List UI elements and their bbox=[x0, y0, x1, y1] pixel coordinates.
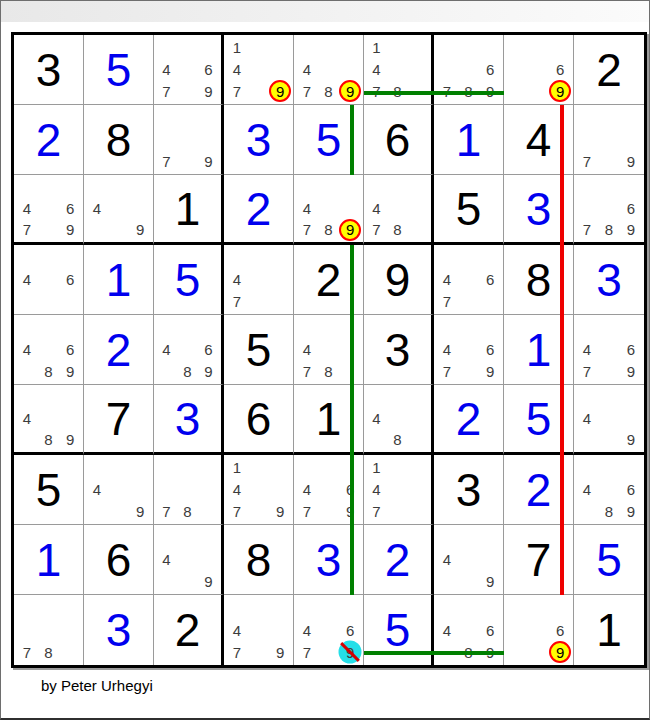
candidate-7: 7 bbox=[233, 645, 241, 660]
cell-value: 8 bbox=[526, 257, 552, 303]
candidate-7: 7 bbox=[23, 645, 31, 660]
candidate-slot-7: 7 bbox=[226, 641, 248, 663]
cell-r1c5[interactable]: 4789 bbox=[294, 35, 364, 105]
candidate-slot-7: 7 bbox=[226, 500, 248, 522]
candidate-slot-6 bbox=[339, 198, 361, 219]
cell-r7c7[interactable]: 3 bbox=[434, 455, 504, 525]
cell-value: 2 bbox=[36, 117, 62, 163]
candidate-slot-5 bbox=[458, 59, 480, 81]
candidate-9: 9 bbox=[627, 364, 635, 379]
candidate-slot-5 bbox=[458, 339, 480, 361]
candidate-9: 9 bbox=[486, 574, 494, 589]
candidate-slot-6: 6 bbox=[620, 479, 642, 501]
candidate-7: 7 bbox=[372, 504, 380, 519]
candidate-6: 6 bbox=[627, 342, 635, 357]
cell-value: 5 bbox=[106, 47, 132, 93]
candidates: 4679 bbox=[16, 177, 81, 240]
candidate-slot-9: 9 bbox=[620, 500, 642, 522]
cell-r4c2[interactable]: 1 bbox=[84, 245, 154, 315]
cell-r3c2[interactable]: 49 bbox=[84, 175, 154, 245]
cell-value: 1 bbox=[175, 186, 201, 232]
candidate-slot-5 bbox=[177, 129, 198, 151]
candidate-slot-1: 1 bbox=[226, 457, 248, 479]
candidate-slot-6: 6 bbox=[339, 619, 361, 641]
candidate-slot-5 bbox=[177, 59, 198, 81]
candidate-slot-9: 9 bbox=[269, 641, 291, 663]
candidate-6: 6 bbox=[486, 272, 494, 287]
candidate-slot-7: 7 bbox=[296, 360, 318, 382]
candidate-slot-7: 7 bbox=[296, 80, 318, 102]
candidate-slot-2 bbox=[528, 597, 550, 619]
candidate-9: 9 bbox=[276, 645, 284, 660]
candidate-slot-2 bbox=[108, 177, 130, 198]
candidate-slot-7: 7 bbox=[366, 500, 387, 522]
candidate-slot-2 bbox=[598, 387, 620, 408]
cell-r9c4[interactable]: 479 bbox=[224, 595, 294, 665]
cell-value: 5 bbox=[385, 607, 411, 653]
cell-r2c2[interactable]: 8 bbox=[84, 105, 154, 175]
cell-r3c5[interactable]: 4789 bbox=[294, 175, 364, 245]
candidate-slot-6 bbox=[269, 479, 291, 501]
candidate-slot-2 bbox=[177, 527, 198, 549]
candidate-9: 9 bbox=[204, 364, 212, 379]
elimination-mark: 9 bbox=[339, 641, 361, 663]
candidate-slot-5 bbox=[598, 129, 620, 151]
candidate-slot-6 bbox=[620, 408, 642, 429]
candidate-slot-8 bbox=[528, 641, 550, 663]
candidate-slot-9: 9 bbox=[59, 360, 81, 382]
candidate-slot-4: 4 bbox=[296, 59, 318, 81]
candidate-4: 4 bbox=[372, 411, 380, 426]
sudoku-board: 3546791479478914786789692287935614794679… bbox=[11, 32, 647, 668]
candidate-slot-4 bbox=[156, 479, 177, 501]
candidate-slot-4 bbox=[506, 59, 528, 81]
candidate-slot-1 bbox=[506, 597, 528, 619]
cell-r5c4[interactable]: 5 bbox=[224, 315, 294, 385]
candidate-slot-7 bbox=[16, 429, 38, 450]
candidate-slot-8: 8 bbox=[38, 360, 60, 382]
cell-value: 1 bbox=[456, 117, 482, 163]
candidate-slot-1 bbox=[296, 597, 318, 619]
candidates: 79 bbox=[576, 107, 642, 172]
candidate-slot-8 bbox=[458, 290, 480, 312]
chain-node-circle: 9 bbox=[269, 80, 291, 102]
candidate-slot-9: 9 bbox=[620, 150, 642, 172]
candidate-slot-1: 1 bbox=[366, 37, 387, 59]
candidate-slot-6 bbox=[198, 479, 219, 501]
cell-r5c9[interactable]: 4679 bbox=[574, 315, 644, 385]
candidate-slot-5 bbox=[108, 479, 130, 501]
candidates: 78 bbox=[16, 597, 81, 663]
candidate-slot-6 bbox=[269, 59, 291, 81]
cell-r5c2[interactable]: 2 bbox=[84, 315, 154, 385]
candidate-slot-1 bbox=[576, 177, 598, 198]
candidate-slot-9: 9 bbox=[59, 429, 81, 450]
candidate-8: 8 bbox=[324, 364, 332, 379]
candidate-slot-2 bbox=[318, 457, 340, 479]
chain-link-red bbox=[560, 93, 564, 653]
candidate-4: 4 bbox=[303, 623, 311, 638]
candidate-slot-7: 7 bbox=[576, 219, 598, 240]
candidate-4: 4 bbox=[303, 62, 311, 77]
candidate-9: 9 bbox=[204, 84, 212, 99]
cell-r4c1[interactable]: 46 bbox=[14, 245, 84, 315]
cell-value: 3 bbox=[175, 396, 201, 442]
candidate-slot-5 bbox=[248, 269, 270, 291]
candidate-slot-5 bbox=[318, 198, 340, 219]
candidate-4: 4 bbox=[303, 342, 311, 357]
candidate-slot-1 bbox=[576, 107, 598, 129]
cell-r8c9[interactable]: 5 bbox=[574, 525, 644, 595]
candidate-9: 9 bbox=[556, 84, 564, 99]
candidate-slot-8 bbox=[458, 570, 480, 592]
cell-r6c4[interactable]: 6 bbox=[224, 385, 294, 455]
candidate-slot-7: 7 bbox=[226, 290, 248, 312]
candidate-slot-5 bbox=[248, 619, 270, 641]
candidate-7: 7 bbox=[233, 504, 241, 519]
candidate-9: 9 bbox=[276, 84, 284, 99]
candidate-slot-6 bbox=[269, 269, 291, 291]
cell-r4c6[interactable]: 9 bbox=[364, 245, 434, 315]
candidate-6: 6 bbox=[627, 482, 635, 497]
candidate-slot-9: 9 bbox=[129, 500, 151, 522]
cell-r7c3[interactable]: 78 bbox=[154, 455, 224, 525]
candidate-slot-1: 1 bbox=[366, 457, 387, 479]
candidate-slot-2 bbox=[318, 37, 340, 59]
candidate-9: 9 bbox=[627, 154, 635, 169]
candidate-slot-5 bbox=[458, 619, 480, 641]
cell-r3c9[interactable]: 6789 bbox=[574, 175, 644, 245]
candidate-slot-9: 9 bbox=[129, 219, 151, 240]
candidate-slot-5 bbox=[318, 479, 340, 501]
candidate-slot-3 bbox=[198, 317, 219, 339]
candidate-slot-2 bbox=[387, 37, 408, 59]
candidate-slot-2 bbox=[38, 597, 60, 619]
candidate-slot-9: 9 bbox=[620, 219, 642, 240]
candidate-slot-5 bbox=[38, 339, 60, 361]
candidate-slot-1 bbox=[86, 457, 108, 479]
cell-r7c9[interactable]: 4689 bbox=[574, 455, 644, 525]
cell-r9c5[interactable]: 4679 bbox=[294, 595, 364, 665]
candidate-slot-2 bbox=[248, 597, 270, 619]
candidate-slot-7 bbox=[576, 500, 598, 522]
candidates: 69 bbox=[506, 597, 571, 663]
candidates: 49 bbox=[436, 527, 501, 592]
candidate-4: 4 bbox=[303, 482, 311, 497]
cell-r6c2[interactable]: 7 bbox=[84, 385, 154, 455]
candidate-8: 8 bbox=[44, 364, 52, 379]
candidate-slot-4 bbox=[576, 198, 598, 219]
candidate-slot-2 bbox=[248, 37, 270, 59]
cell-r8c7[interactable]: 49 bbox=[434, 525, 504, 595]
candidate-4: 4 bbox=[233, 62, 241, 77]
candidate-slot-7: 7 bbox=[436, 360, 458, 382]
candidate-slot-1 bbox=[436, 597, 458, 619]
candidate-slot-4: 4 bbox=[86, 198, 108, 219]
candidates: 79 bbox=[156, 107, 219, 172]
candidate-slot-3 bbox=[479, 247, 501, 269]
candidate-slot-7 bbox=[436, 570, 458, 592]
candidate-slot-2 bbox=[318, 597, 340, 619]
candidate-slot-1 bbox=[436, 317, 458, 339]
candidate-slot-8: 8 bbox=[598, 500, 620, 522]
candidate-slot-5 bbox=[318, 619, 340, 641]
candidate-slot-3 bbox=[59, 247, 81, 269]
candidate-slot-6 bbox=[59, 619, 81, 641]
candidate-slot-2 bbox=[458, 317, 480, 339]
candidate-slot-5 bbox=[38, 619, 60, 641]
cell-r2c3[interactable]: 79 bbox=[154, 105, 224, 175]
candidate-slot-5 bbox=[318, 339, 340, 361]
candidate-slot-4: 4 bbox=[296, 479, 318, 501]
candidate-7: 7 bbox=[583, 154, 591, 169]
cell-r3c1[interactable]: 4679 bbox=[14, 175, 84, 245]
cell-r7c1[interactable]: 5 bbox=[14, 455, 84, 525]
candidate-4: 4 bbox=[443, 342, 451, 357]
candidate-slot-4: 4 bbox=[576, 339, 598, 361]
candidate-slot-3 bbox=[339, 597, 361, 619]
cell-r2c4[interactable]: 3 bbox=[224, 105, 294, 175]
cell-r3c7[interactable]: 5 bbox=[434, 175, 504, 245]
candidate-slot-2 bbox=[248, 457, 270, 479]
candidate-6: 6 bbox=[66, 342, 74, 357]
cell-r9c8[interactable]: 69 bbox=[504, 595, 574, 665]
cell-r5c3[interactable]: 4689 bbox=[154, 315, 224, 385]
candidates: 4679 bbox=[576, 317, 642, 382]
candidate-9: 9 bbox=[276, 504, 284, 519]
cell-value: 7 bbox=[526, 537, 552, 583]
candidate-slot-6 bbox=[269, 619, 291, 641]
cell-r9c3[interactable]: 2 bbox=[154, 595, 224, 665]
cell-r5c6[interactable]: 3 bbox=[364, 315, 434, 385]
cell-r9c2[interactable]: 3 bbox=[84, 595, 154, 665]
candidate-slot-1 bbox=[436, 247, 458, 269]
candidate-slot-5 bbox=[108, 198, 130, 219]
candidate-slot-6: 6 bbox=[479, 269, 501, 291]
candidate-slot-1 bbox=[156, 107, 177, 129]
candidate-slot-8 bbox=[248, 290, 270, 312]
candidate-slot-8 bbox=[177, 80, 198, 102]
cell-value: 2 bbox=[106, 327, 132, 373]
candidate-slot-6 bbox=[408, 59, 429, 81]
candidate-slot-7 bbox=[16, 290, 38, 312]
candidate-slot-1 bbox=[576, 387, 598, 408]
cell-r3c6[interactable]: 478 bbox=[364, 175, 434, 245]
cell-value: 2 bbox=[246, 186, 272, 232]
candidates: 4689 bbox=[16, 317, 81, 382]
cell-r7c6[interactable]: 147 bbox=[364, 455, 434, 525]
candidate-slot-7: 7 bbox=[156, 150, 177, 172]
candidate-slot-3 bbox=[620, 177, 642, 198]
candidate-slot-5 bbox=[248, 59, 270, 81]
candidate-4: 4 bbox=[23, 411, 31, 426]
cell-r7c4[interactable]: 1479 bbox=[224, 455, 294, 525]
candidate-slot-3 bbox=[620, 317, 642, 339]
candidate-slot-9 bbox=[59, 290, 81, 312]
candidate-4: 4 bbox=[162, 62, 170, 77]
candidate-slot-9 bbox=[198, 500, 219, 522]
candidate-slot-2 bbox=[387, 387, 408, 408]
candidate-slot-2 bbox=[177, 317, 198, 339]
cell-r2c6[interactable]: 6 bbox=[364, 105, 434, 175]
candidate-8: 8 bbox=[605, 504, 613, 519]
chain-node-circle: 9 bbox=[339, 219, 361, 240]
cell-r3c4[interactable]: 2 bbox=[224, 175, 294, 245]
cell-r1c3[interactable]: 4679 bbox=[154, 35, 224, 105]
cell-value: 1 bbox=[316, 396, 342, 442]
cell-value: 9 bbox=[385, 257, 411, 303]
cell-r9c9[interactable]: 1 bbox=[574, 595, 644, 665]
candidate-slot-1 bbox=[436, 37, 458, 59]
cell-r5c1[interactable]: 4689 bbox=[14, 315, 84, 385]
cell-r6c3[interactable]: 3 bbox=[154, 385, 224, 455]
cell-r4c7[interactable]: 467 bbox=[434, 245, 504, 315]
cell-value: 2 bbox=[316, 257, 342, 303]
cell-value: 5 bbox=[175, 257, 201, 303]
candidate-slot-8 bbox=[598, 150, 620, 172]
candidate-slot-7 bbox=[156, 360, 177, 382]
candidate-slot-7 bbox=[366, 429, 387, 450]
chain-node-circle: 9 bbox=[339, 80, 361, 102]
candidate-slot-7 bbox=[506, 80, 528, 102]
cell-r8c1[interactable]: 1 bbox=[14, 525, 84, 595]
candidate-9: 9 bbox=[486, 364, 494, 379]
candidate-slot-2 bbox=[38, 177, 60, 198]
candidate-slot-5 bbox=[598, 408, 620, 429]
cell-r4c4[interactable]: 47 bbox=[224, 245, 294, 315]
candidate-4: 4 bbox=[93, 201, 101, 216]
candidate-slot-1 bbox=[16, 387, 38, 408]
cell-r8c2[interactable]: 6 bbox=[84, 525, 154, 595]
candidate-slot-6 bbox=[408, 408, 429, 429]
cell-r8c3[interactable]: 49 bbox=[154, 525, 224, 595]
candidate-7: 7 bbox=[162, 154, 170, 169]
candidate-6: 6 bbox=[486, 342, 494, 357]
cell-r5c7[interactable]: 4679 bbox=[434, 315, 504, 385]
cell-value: 6 bbox=[106, 537, 132, 583]
candidates: 4679 bbox=[296, 597, 361, 663]
candidate-slot-7: 7 bbox=[296, 219, 318, 240]
candidate-slot-7: 7 bbox=[226, 80, 248, 102]
cell-r2c9[interactable]: 79 bbox=[574, 105, 644, 175]
candidates: 6789 bbox=[576, 177, 642, 240]
candidate-6: 6 bbox=[66, 201, 74, 216]
candidate-slot-2 bbox=[108, 457, 130, 479]
candidate-slot-1 bbox=[156, 527, 177, 549]
candidate-7: 7 bbox=[162, 84, 170, 99]
candidate-slot-2 bbox=[177, 457, 198, 479]
cell-r6c7[interactable]: 2 bbox=[434, 385, 504, 455]
cell-value: 3 bbox=[385, 327, 411, 373]
candidate-slot-6 bbox=[479, 549, 501, 571]
candidate-slot-8 bbox=[108, 500, 130, 522]
candidate-9: 9 bbox=[627, 504, 635, 519]
candidate-7: 7 bbox=[233, 84, 241, 99]
candidate-slot-4: 4 bbox=[86, 479, 108, 501]
cell-value: 5 bbox=[36, 467, 62, 513]
cell-r1c1[interactable]: 3 bbox=[14, 35, 84, 105]
candidate-slot-1 bbox=[16, 317, 38, 339]
candidate-slot-7: 7 bbox=[366, 219, 387, 240]
candidate-slot-4: 4 bbox=[436, 269, 458, 291]
candidate-slot-5 bbox=[387, 198, 408, 219]
candidate-slot-3 bbox=[269, 457, 291, 479]
cell-r1c4[interactable]: 1479 bbox=[224, 35, 294, 105]
candidates: 78 bbox=[156, 457, 219, 522]
cell-r2c1[interactable]: 2 bbox=[14, 105, 84, 175]
cell-r2c7[interactable]: 1 bbox=[434, 105, 504, 175]
cell-r1c8[interactable]: 69 bbox=[504, 35, 574, 105]
cell-value: 5 bbox=[316, 117, 342, 163]
candidate-4: 4 bbox=[233, 272, 241, 287]
candidate-6: 6 bbox=[556, 623, 564, 638]
candidate-slot-3 bbox=[620, 387, 642, 408]
candidate-slot-1 bbox=[296, 177, 318, 198]
cell-r6c1[interactable]: 489 bbox=[14, 385, 84, 455]
cell-r3c3[interactable]: 1 bbox=[154, 175, 224, 245]
candidate-slot-4: 4 bbox=[226, 59, 248, 81]
candidate-slot-6 bbox=[129, 198, 151, 219]
cell-r6c9[interactable]: 49 bbox=[574, 385, 644, 455]
candidate-slot-6: 6 bbox=[59, 339, 81, 361]
candidate-slot-5 bbox=[528, 619, 550, 641]
candidate-9: 9 bbox=[204, 154, 212, 169]
candidate-slot-2 bbox=[598, 317, 620, 339]
candidate-slot-6: 6 bbox=[549, 619, 571, 641]
candidate-slot-4: 4 bbox=[366, 198, 387, 219]
candidate-slot-2 bbox=[318, 317, 340, 339]
cell-r4c3[interactable]: 5 bbox=[154, 245, 224, 315]
candidate-9: 9 bbox=[66, 364, 74, 379]
candidate-slot-6: 6 bbox=[198, 59, 219, 81]
candidate-slot-8 bbox=[38, 290, 60, 312]
candidate-slot-8 bbox=[38, 219, 60, 240]
candidate-slot-2 bbox=[38, 387, 60, 408]
candidate-slot-5 bbox=[248, 479, 270, 501]
cell-value: 3 bbox=[596, 257, 622, 303]
candidate-slot-5 bbox=[387, 408, 408, 429]
candidate-slot-1 bbox=[366, 177, 387, 198]
cell-value: 5 bbox=[456, 186, 482, 232]
candidate-slot-7 bbox=[86, 500, 108, 522]
candidate-slot-1 bbox=[226, 247, 248, 269]
cell-r7c2[interactable]: 49 bbox=[84, 455, 154, 525]
candidate-7: 7 bbox=[443, 294, 451, 309]
cell-r9c1[interactable]: 78 bbox=[14, 595, 84, 665]
cell-r1c2[interactable]: 5 bbox=[84, 35, 154, 105]
cell-r8c6[interactable]: 2 bbox=[364, 525, 434, 595]
candidate-slot-4: 4 bbox=[366, 479, 387, 501]
cell-value: 8 bbox=[106, 117, 132, 163]
cell-r8c4[interactable]: 8 bbox=[224, 525, 294, 595]
cell-r4c9[interactable]: 3 bbox=[574, 245, 644, 315]
candidate-slot-3 bbox=[129, 177, 151, 198]
candidate-slot-4: 4 bbox=[436, 619, 458, 641]
candidate-slot-1 bbox=[156, 37, 177, 59]
candidate-4: 4 bbox=[23, 272, 31, 287]
candidate-4: 4 bbox=[162, 552, 170, 567]
cell-r1c9[interactable]: 2 bbox=[574, 35, 644, 105]
candidate-1: 1 bbox=[233, 460, 241, 475]
candidate-slot-6: 6 bbox=[479, 339, 501, 361]
candidate-slot-7: 7 bbox=[296, 500, 318, 522]
cell-r6c6[interactable]: 48 bbox=[364, 385, 434, 455]
candidates: 4689 bbox=[156, 317, 219, 382]
candidate-4: 4 bbox=[23, 201, 31, 216]
candidate-slot-4: 4 bbox=[156, 59, 177, 81]
candidate-7: 7 bbox=[23, 222, 31, 237]
candidate-7: 7 bbox=[303, 645, 311, 660]
